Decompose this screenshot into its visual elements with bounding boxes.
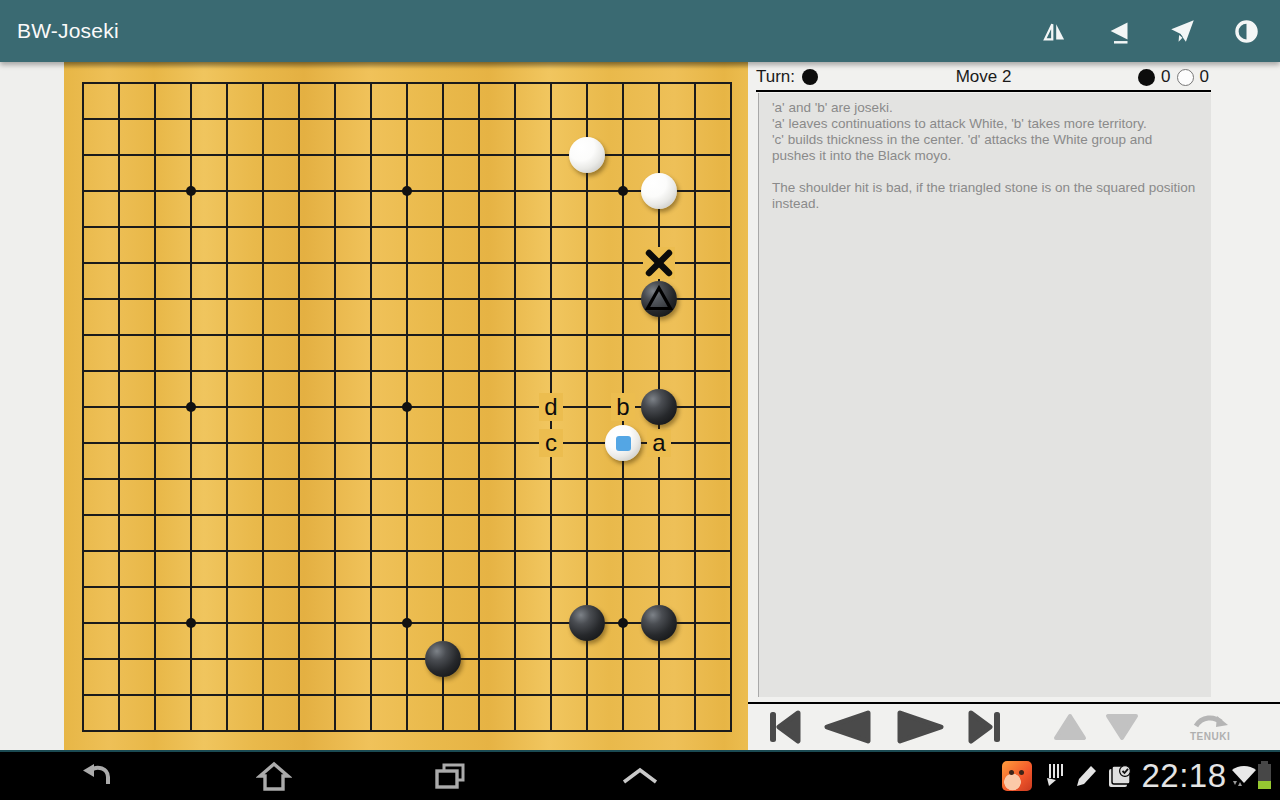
notification-app-icon[interactable]	[1002, 761, 1032, 791]
stone-white-square[interactable]	[605, 425, 641, 461]
paper-plane-icon[interactable]	[1160, 7, 1204, 55]
cross-mark	[643, 247, 675, 279]
flip-horizontal-icon[interactable]	[1032, 7, 1076, 55]
hoshi-point	[618, 186, 628, 196]
hoshi-point	[186, 186, 196, 196]
black-capture-count: 0	[1161, 67, 1170, 87]
white-capture-count: 0	[1200, 67, 1209, 87]
hoshi-point	[186, 402, 196, 412]
hoshi-point	[402, 186, 412, 196]
hoshi-point	[618, 618, 628, 628]
wifi-icon	[1228, 752, 1258, 800]
tenuki-arrow-icon	[1190, 712, 1230, 732]
back-button[interactable]	[72, 752, 120, 800]
stone-black[interactable]	[641, 605, 677, 641]
battery-icon	[1258, 764, 1271, 789]
home-button[interactable]	[250, 752, 298, 800]
clock[interactable]: 22:18	[1136, 757, 1232, 795]
tenuki-label: TENUKI	[1190, 731, 1230, 742]
variation-up-button[interactable]	[1050, 707, 1090, 747]
board-label-c[interactable]: c	[539, 429, 563, 457]
board-label-a[interactable]: a	[647, 429, 671, 457]
stone-black-triangle[interactable]	[641, 281, 677, 317]
board-area: dbca	[0, 62, 748, 750]
triangle-marker	[641, 281, 677, 317]
hoshi-point	[402, 618, 412, 628]
cross-mark-icon	[645, 249, 673, 277]
panel-header: Turn: Move 2 0 0	[756, 65, 1211, 89]
stone-black[interactable]	[641, 389, 677, 425]
invert-colors-icon[interactable]	[1224, 7, 1268, 55]
recent-apps-button[interactable]	[426, 752, 474, 800]
go-board[interactable]: dbca	[64, 62, 748, 750]
board-label-d[interactable]: d	[539, 393, 563, 421]
stone-white[interactable]	[569, 137, 605, 173]
variation-down-button[interactable]	[1102, 707, 1142, 747]
capture-counts: 0 0	[1138, 67, 1209, 87]
last-move-button[interactable]	[962, 707, 1008, 747]
app-title: BW-Joseki	[17, 19, 119, 43]
black-capture-icon	[1138, 69, 1155, 86]
pencil-notification-icon[interactable]	[1072, 752, 1102, 800]
stone-white[interactable]	[641, 173, 677, 209]
next-move-button[interactable]	[890, 707, 952, 747]
actionbar-icons	[1032, 0, 1268, 62]
header-underline	[756, 90, 1211, 92]
board-grid[interactable]: dbca	[65, 65, 749, 749]
clipboard-check-notification-icon[interactable]	[1104, 752, 1136, 800]
joseki-comment-text[interactable]: 'a' and 'b' are joseki. 'a' leaves conti…	[758, 93, 1211, 697]
white-capture-icon	[1177, 69, 1194, 86]
hoshi-point	[186, 618, 196, 628]
stone-black[interactable]	[425, 641, 461, 677]
handwriting-notification-icon[interactable]	[1040, 752, 1070, 800]
first-move-button[interactable]	[762, 707, 808, 747]
previous-move-button[interactable]	[816, 707, 878, 747]
battery-level	[1258, 781, 1271, 789]
last-move-square-marker	[616, 436, 631, 451]
expand-statusbar-chevron-icon[interactable]	[616, 752, 664, 800]
navigation-bar: TENUKI	[748, 704, 1280, 750]
info-panel: Turn: Move 2 0 0 'a' and 'b' are joseki.…	[748, 62, 1280, 750]
action-bar: BW-Joseki	[0, 0, 1280, 62]
board-label-b[interactable]: b	[611, 393, 635, 421]
tenuki-button[interactable]: TENUKI	[1190, 707, 1230, 747]
previous-variation-icon[interactable]	[1096, 7, 1140, 55]
system-navigation-bar: 22:18	[0, 752, 1280, 800]
hoshi-point	[402, 402, 412, 412]
screen: BW-Joseki dbca Turn: Move 2	[0, 0, 1280, 800]
stone-black[interactable]	[569, 605, 605, 641]
